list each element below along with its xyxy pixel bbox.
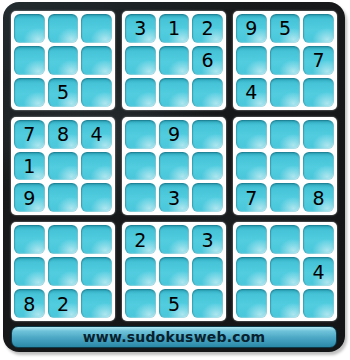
cell-r3c6[interactable] bbox=[192, 78, 223, 107]
box-1-3: 9574 bbox=[233, 11, 337, 110]
cell-r1c7[interactable]: 9 bbox=[236, 14, 267, 43]
cell-r5c4[interactable] bbox=[125, 152, 156, 181]
cell-r5c7[interactable] bbox=[236, 152, 267, 181]
cell-r7c7[interactable] bbox=[236, 225, 267, 254]
cell-r6c7[interactable]: 7 bbox=[236, 183, 267, 212]
box-2-1: 78419 bbox=[11, 117, 115, 216]
cell-r9c3[interactable] bbox=[81, 289, 112, 318]
cell-r8c9[interactable]: 4 bbox=[303, 257, 334, 286]
cell-r7c2[interactable] bbox=[48, 225, 79, 254]
sudoku-frame: 531269574784199378822354 www.sudokusweb.… bbox=[3, 2, 345, 352]
cell-r4c8[interactable] bbox=[270, 120, 301, 149]
cell-r2c7[interactable] bbox=[236, 46, 267, 75]
cell-r3c8[interactable] bbox=[270, 78, 301, 107]
cell-r1c9[interactable] bbox=[303, 14, 334, 43]
cell-r9c1[interactable]: 8 bbox=[14, 289, 45, 318]
cell-r6c6[interactable] bbox=[192, 183, 223, 212]
cell-r5c8[interactable] bbox=[270, 152, 301, 181]
cell-r1c6[interactable]: 2 bbox=[192, 14, 223, 43]
cell-r4c6[interactable] bbox=[192, 120, 223, 149]
cell-r9c2[interactable]: 2 bbox=[48, 289, 79, 318]
cell-r1c3[interactable] bbox=[81, 14, 112, 43]
cell-r6c8[interactable] bbox=[270, 183, 301, 212]
cell-r3c2[interactable]: 5 bbox=[48, 78, 79, 107]
cell-r1c5[interactable]: 1 bbox=[159, 14, 190, 43]
cell-r8c7[interactable] bbox=[236, 257, 267, 286]
cell-r9c5[interactable]: 5 bbox=[159, 289, 190, 318]
cell-r2c5[interactable] bbox=[159, 46, 190, 75]
cell-r4c5[interactable]: 9 bbox=[159, 120, 190, 149]
sudoku-board: 531269574784199378822354 bbox=[11, 11, 337, 321]
cell-r6c2[interactable] bbox=[48, 183, 79, 212]
cell-r2c1[interactable] bbox=[14, 46, 45, 75]
cell-r8c8[interactable] bbox=[270, 257, 301, 286]
cell-r1c8[interactable]: 5 bbox=[270, 14, 301, 43]
cell-r4c3[interactable]: 4 bbox=[81, 120, 112, 149]
cell-r5c5[interactable] bbox=[159, 152, 190, 181]
box-1-1: 5 bbox=[11, 11, 115, 110]
cell-r5c6[interactable] bbox=[192, 152, 223, 181]
cell-r3c4[interactable] bbox=[125, 78, 156, 107]
cell-r6c4[interactable] bbox=[125, 183, 156, 212]
cell-r5c3[interactable] bbox=[81, 152, 112, 181]
cell-r6c3[interactable] bbox=[81, 183, 112, 212]
footer-bar: www.sudokusweb.com bbox=[11, 326, 337, 348]
cell-r8c5[interactable] bbox=[159, 257, 190, 286]
cell-r4c2[interactable]: 8 bbox=[48, 120, 79, 149]
cell-r9c6[interactable] bbox=[192, 289, 223, 318]
cell-r6c1[interactable]: 9 bbox=[14, 183, 45, 212]
cell-r7c6[interactable]: 3 bbox=[192, 225, 223, 254]
box-3-2: 235 bbox=[122, 222, 226, 321]
cell-r9c9[interactable] bbox=[303, 289, 334, 318]
cell-r3c7[interactable]: 4 bbox=[236, 78, 267, 107]
cell-r6c9[interactable]: 8 bbox=[303, 183, 334, 212]
cell-r8c6[interactable] bbox=[192, 257, 223, 286]
cell-r2c2[interactable] bbox=[48, 46, 79, 75]
cell-r8c4[interactable] bbox=[125, 257, 156, 286]
cell-r1c4[interactable]: 3 bbox=[125, 14, 156, 43]
cell-r4c7[interactable] bbox=[236, 120, 267, 149]
cell-r7c9[interactable] bbox=[303, 225, 334, 254]
cell-r2c9[interactable]: 7 bbox=[303, 46, 334, 75]
cell-r3c9[interactable] bbox=[303, 78, 334, 107]
cell-r9c4[interactable] bbox=[125, 289, 156, 318]
cell-r6c5[interactable]: 3 bbox=[159, 183, 190, 212]
cell-r2c4[interactable] bbox=[125, 46, 156, 75]
cell-r4c9[interactable] bbox=[303, 120, 334, 149]
cell-r8c3[interactable] bbox=[81, 257, 112, 286]
box-2-2: 93 bbox=[122, 117, 226, 216]
box-3-3: 4 bbox=[233, 222, 337, 321]
cell-r2c3[interactable] bbox=[81, 46, 112, 75]
cell-r5c9[interactable] bbox=[303, 152, 334, 181]
cell-r9c8[interactable] bbox=[270, 289, 301, 318]
cell-r7c4[interactable]: 2 bbox=[125, 225, 156, 254]
cell-r8c1[interactable] bbox=[14, 257, 45, 286]
cell-r1c2[interactable] bbox=[48, 14, 79, 43]
cell-r2c8[interactable] bbox=[270, 46, 301, 75]
cell-r3c5[interactable] bbox=[159, 78, 190, 107]
cell-r5c1[interactable]: 1 bbox=[14, 152, 45, 181]
cell-r1c1[interactable] bbox=[14, 14, 45, 43]
cell-r7c5[interactable] bbox=[159, 225, 190, 254]
cell-r2c6[interactable]: 6 bbox=[192, 46, 223, 75]
cell-r7c1[interactable] bbox=[14, 225, 45, 254]
box-2-3: 78 bbox=[233, 117, 337, 216]
sudokusweb-link[interactable]: www.sudokusweb.com bbox=[83, 329, 266, 345]
box-3-1: 82 bbox=[11, 222, 115, 321]
cell-r4c1[interactable]: 7 bbox=[14, 120, 45, 149]
cell-r3c3[interactable] bbox=[81, 78, 112, 107]
cell-r7c3[interactable] bbox=[81, 225, 112, 254]
cell-r8c2[interactable] bbox=[48, 257, 79, 286]
box-1-2: 3126 bbox=[122, 11, 226, 110]
cell-r7c8[interactable] bbox=[270, 225, 301, 254]
cell-r4c4[interactable] bbox=[125, 120, 156, 149]
cell-r9c7[interactable] bbox=[236, 289, 267, 318]
cell-r3c1[interactable] bbox=[14, 78, 45, 107]
cell-r5c2[interactable] bbox=[48, 152, 79, 181]
